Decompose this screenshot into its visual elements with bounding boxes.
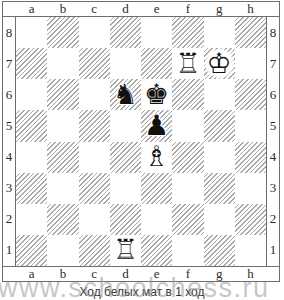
square-b8 [47, 17, 78, 48]
square-g3 [204, 173, 235, 204]
black-king-e6: ♚ [144, 81, 169, 109]
square-b6 [47, 79, 78, 110]
file-label-b: b [47, 267, 78, 281]
corner-bottom-right [266, 267, 279, 281]
file-label-h: h [235, 267, 266, 281]
square-a3 [16, 173, 47, 204]
square-b4 [47, 142, 78, 173]
square-a5 [16, 110, 47, 141]
square-c7 [79, 48, 110, 79]
square-d3 [110, 173, 141, 204]
rank-labels-right: 87654321 [266, 17, 279, 266]
square-b5 [47, 110, 78, 141]
square-d8 [110, 17, 141, 48]
file-label-e: e [141, 2, 172, 16]
rank-label-1: 1 [267, 235, 279, 266]
file-label-d: d [110, 2, 141, 16]
file-label-e: e [141, 267, 172, 281]
square-d5 [110, 110, 141, 141]
square-h3 [235, 173, 266, 204]
square-f8 [172, 17, 203, 48]
rank-label-7: 7 [267, 48, 279, 79]
file-label-a: a [16, 2, 47, 16]
square-c2 [79, 204, 110, 235]
square-h1 [235, 235, 266, 266]
rank-label-1: 1 [3, 235, 15, 266]
square-c8 [79, 17, 110, 48]
square-h7 [235, 48, 266, 79]
square-e7 [141, 48, 172, 79]
file-label-h: h [235, 2, 266, 16]
square-a6 [16, 79, 47, 110]
square-e8 [141, 17, 172, 48]
rank-labels-left: 87654321 [3, 17, 16, 266]
file-label-f: f [172, 267, 203, 281]
square-g1 [204, 235, 235, 266]
square-f3 [172, 173, 203, 204]
rank-label-2: 2 [267, 204, 279, 235]
square-h6 [235, 79, 266, 110]
rank-label-3: 3 [267, 173, 279, 204]
white-rook-f7: ♖ [175, 50, 200, 78]
square-c4 [79, 142, 110, 173]
rank-label-8: 8 [3, 17, 15, 48]
square-g8 [204, 17, 235, 48]
board: ♖♔♞♚♟♗♖ [16, 17, 266, 266]
square-e1 [141, 235, 172, 266]
bottom-coordinate-row: abcdefgh [3, 266, 279, 281]
corner-bottom-left [3, 267, 16, 281]
square-e2 [141, 204, 172, 235]
file-label-g: g [204, 267, 235, 281]
square-f7: ♖ [172, 48, 203, 79]
square-a4 [16, 142, 47, 173]
square-h4 [235, 142, 266, 173]
file-label-g: g [204, 2, 235, 16]
square-d6: ♞ [110, 79, 141, 110]
rank-label-6: 6 [267, 79, 279, 110]
square-c1 [79, 235, 110, 266]
square-e5: ♟ [141, 110, 172, 141]
square-b1 [47, 235, 78, 266]
rank-label-5: 5 [267, 110, 279, 141]
puzzle-caption: Ход белых мат в 1 ход [0, 285, 284, 299]
rank-label-6: 6 [3, 79, 15, 110]
rank-label-8: 8 [267, 17, 279, 48]
square-g6 [204, 79, 235, 110]
white-king-g7: ♔ [207, 50, 232, 78]
square-e3 [141, 173, 172, 204]
square-f6 [172, 79, 203, 110]
square-b2 [47, 204, 78, 235]
rank-label-7: 7 [3, 48, 15, 79]
white-bishop-e4: ♗ [144, 143, 169, 171]
square-f4 [172, 142, 203, 173]
board-row: 87654321 ♖♔♞♚♟♗♖ 87654321 [3, 17, 279, 266]
square-d7 [110, 48, 141, 79]
square-a7 [16, 48, 47, 79]
square-d4 [110, 142, 141, 173]
rank-label-2: 2 [3, 204, 15, 235]
corner-top-right [266, 2, 279, 16]
square-b3 [47, 173, 78, 204]
file-label-a: a [16, 267, 47, 281]
board-frame: abcdefgh 87654321 ♖♔♞♚♟♗♖ 87654321 abcde… [2, 1, 280, 282]
square-e6: ♚ [141, 79, 172, 110]
file-labels-bottom: abcdefgh [16, 267, 266, 281]
white-rook-d1: ♖ [113, 236, 138, 264]
square-g4 [204, 142, 235, 173]
black-knight-d6: ♞ [113, 81, 138, 109]
square-b7 [47, 48, 78, 79]
square-e4: ♗ [141, 142, 172, 173]
square-c3 [79, 173, 110, 204]
rank-label-5: 5 [3, 110, 15, 141]
square-g7: ♔ [204, 48, 235, 79]
square-a8 [16, 17, 47, 48]
corner-top-left [3, 2, 16, 16]
square-c5 [79, 110, 110, 141]
file-label-f: f [172, 2, 203, 16]
square-f1 [172, 235, 203, 266]
square-g2 [204, 204, 235, 235]
black-pawn-e5: ♟ [144, 112, 169, 140]
file-label-d: d [110, 267, 141, 281]
square-f2 [172, 204, 203, 235]
top-coordinate-row: abcdefgh [3, 2, 279, 17]
rank-label-3: 3 [3, 173, 15, 204]
file-label-c: c [79, 267, 110, 281]
square-f5 [172, 110, 203, 141]
file-labels-top: abcdefgh [16, 2, 266, 16]
square-d1: ♖ [110, 235, 141, 266]
square-h8 [235, 17, 266, 48]
square-c6 [79, 79, 110, 110]
square-h2 [235, 204, 266, 235]
rank-label-4: 4 [267, 142, 279, 173]
square-h5 [235, 110, 266, 141]
square-a1 [16, 235, 47, 266]
file-label-b: b [47, 2, 78, 16]
square-d2 [110, 204, 141, 235]
file-label-c: c [79, 2, 110, 16]
square-g5 [204, 110, 235, 141]
rank-label-4: 4 [3, 142, 15, 173]
square-a2 [16, 204, 47, 235]
chess-diagram: abcdefgh 87654321 ♖♔♞♚♟♗♖ 87654321 abcde… [0, 0, 284, 300]
